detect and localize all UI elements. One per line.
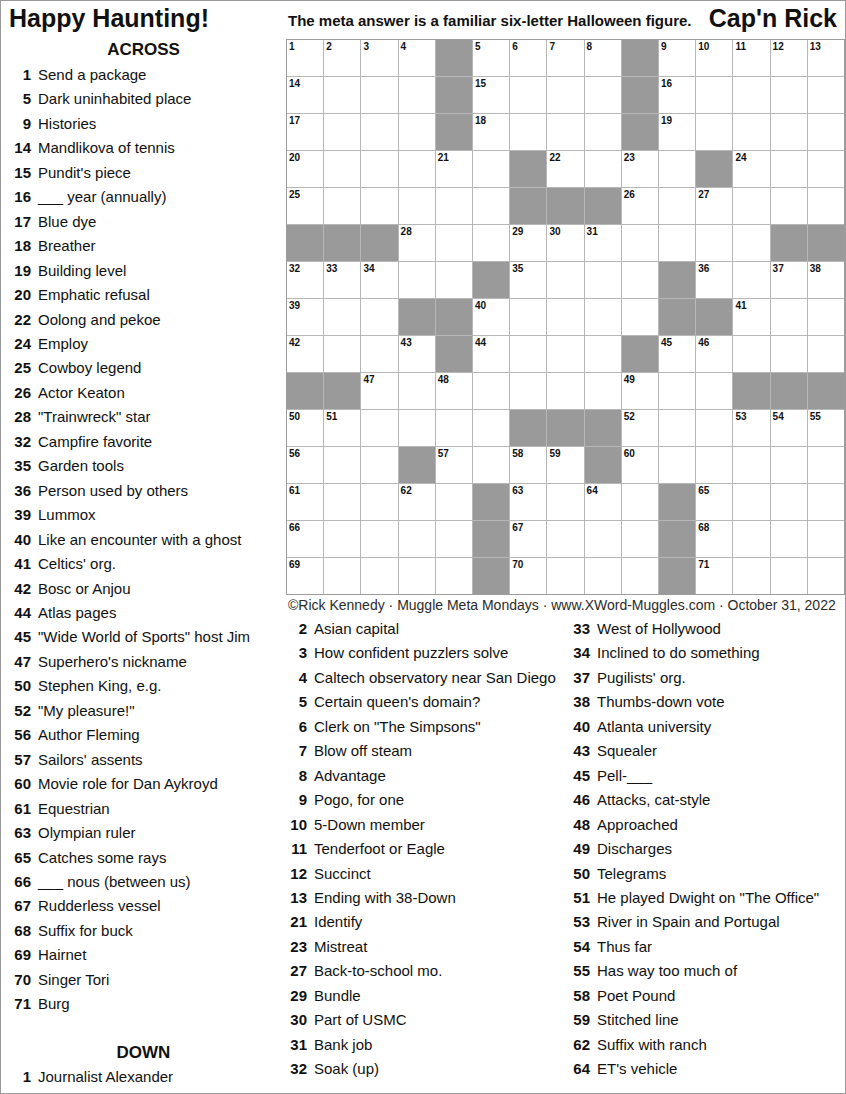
clue-number: 8: [286, 764, 307, 788]
clue-item: 50Telegrams: [557, 862, 846, 886]
grid-cell[interactable]: 27: [696, 188, 732, 224]
grid-cell[interactable]: [510, 114, 546, 150]
puzzle-title: Happy Haunting!: [9, 4, 209, 33]
grid-cell[interactable]: [696, 373, 732, 409]
grid-cell[interactable]: [733, 114, 769, 150]
clue-item: 40Like an encounter with a ghost: [1, 528, 286, 552]
grid-cell[interactable]: [622, 299, 658, 335]
cell-number: 39: [289, 300, 300, 311]
grid-cell-block: [622, 77, 658, 113]
grid-cell[interactable]: [324, 558, 360, 594]
clue-text: Bundle: [314, 984, 361, 1008]
grid-cell[interactable]: 55: [808, 410, 844, 446]
clue-number: 57: [1, 748, 31, 772]
grid-cell[interactable]: [324, 336, 360, 372]
clue-item: 8Advantage: [286, 764, 558, 788]
grid-cell[interactable]: [585, 336, 621, 372]
grid-cell[interactable]: [324, 151, 360, 187]
grid-cell[interactable]: [361, 447, 397, 483]
grid-cell[interactable]: [808, 447, 844, 483]
grid-cell[interactable]: 65: [696, 484, 732, 520]
grid-cell[interactable]: [808, 558, 844, 594]
grid-cell[interactable]: [361, 114, 397, 150]
clue-text: Author Fleming: [38, 723, 140, 747]
grid-cell[interactable]: [696, 410, 732, 446]
grid-cell[interactable]: 54: [771, 410, 807, 446]
grid-cell[interactable]: 61: [287, 484, 323, 520]
grid-cell[interactable]: 4: [399, 40, 435, 76]
clue-item: 32Campfire favorite: [1, 430, 286, 454]
grid-cell-block: [696, 151, 732, 187]
clue-item: 12Succinct: [286, 862, 558, 886]
clue-number: 41: [1, 552, 31, 576]
grid-cell[interactable]: [622, 484, 658, 520]
cell-number: 42: [289, 337, 300, 348]
grid-cell[interactable]: [324, 299, 360, 335]
grid-cell[interactable]: 22: [547, 151, 583, 187]
grid-cell-block: [659, 299, 695, 335]
cell-number: 60: [624, 448, 635, 459]
clue-text: Send a package: [38, 63, 146, 87]
grid-cell[interactable]: 50: [287, 410, 323, 446]
grid-cell[interactable]: [808, 521, 844, 557]
grid-cell[interactable]: [436, 262, 472, 298]
clue-item: 53River in Spain and Portugal: [557, 910, 846, 934]
clue-number: 12: [286, 862, 307, 886]
grid-cell[interactable]: [547, 299, 583, 335]
grid-cell[interactable]: [436, 484, 472, 520]
grid-cell[interactable]: [547, 77, 583, 113]
cell-number: 54: [773, 411, 784, 422]
grid-cell[interactable]: [547, 521, 583, 557]
clue-text: Hairnet: [38, 943, 86, 967]
grid-cell[interactable]: [473, 447, 509, 483]
clue-number: 31: [286, 1033, 307, 1057]
clue-item: 38Thumbs-down vote: [557, 690, 846, 714]
grid-cell[interactable]: [585, 77, 621, 113]
grid-cell[interactable]: 63: [510, 484, 546, 520]
grid-cell[interactable]: [771, 77, 807, 113]
clue-item: 9Pogo, for one: [286, 788, 558, 812]
cell-number: 5: [475, 41, 481, 52]
clue-number: 49: [557, 837, 590, 861]
grid-cell[interactable]: 51: [324, 410, 360, 446]
grid-cell[interactable]: [585, 521, 621, 557]
grid-cell[interactable]: [547, 114, 583, 150]
cell-number: 27: [698, 189, 709, 200]
grid-cell[interactable]: 2: [324, 40, 360, 76]
grid-cell[interactable]: [585, 373, 621, 409]
grid-cell[interactable]: 16: [659, 77, 695, 113]
grid-cell[interactable]: 26: [622, 188, 658, 224]
clue-text: ___ nous (between us): [38, 870, 191, 894]
clue-item: 54Thus far: [557, 935, 846, 959]
grid-cell[interactable]: [547, 484, 583, 520]
clue-number: 53: [557, 910, 590, 934]
grid-cell[interactable]: [399, 373, 435, 409]
grid-cell[interactable]: [361, 151, 397, 187]
grid-cell[interactable]: 34: [361, 262, 397, 298]
clue-item: 41Celtics' org.: [1, 552, 286, 576]
grid-cell[interactable]: 56: [287, 447, 323, 483]
grid-cell[interactable]: [473, 373, 509, 409]
down-header: DOWN: [1, 1043, 286, 1063]
grid-cell[interactable]: 3: [361, 40, 397, 76]
clue-text: Superhero's nickname: [38, 650, 187, 674]
grid-cell[interactable]: 13: [808, 40, 844, 76]
grid-cell[interactable]: [324, 188, 360, 224]
grid-cell[interactable]: 68: [696, 521, 732, 557]
grid-cell[interactable]: 8: [585, 40, 621, 76]
grid-cell[interactable]: [808, 151, 844, 187]
clue-text: Emphatic refusal: [38, 283, 150, 307]
grid-cell[interactable]: 49: [622, 373, 658, 409]
grid-cell[interactable]: [324, 521, 360, 557]
grid-cell[interactable]: 35: [510, 262, 546, 298]
grid-cell[interactable]: [771, 484, 807, 520]
grid-cell[interactable]: [399, 188, 435, 224]
clue-number: 68: [1, 919, 31, 943]
clue-item: 61Equestrian: [1, 797, 286, 821]
cell-number: 37: [773, 263, 784, 274]
grid-cell[interactable]: [733, 447, 769, 483]
clue-text: Atlanta university: [597, 715, 711, 739]
clue-item: 28"Trainwreck" star: [1, 405, 286, 429]
grid-cell[interactable]: [399, 521, 435, 557]
grid-cell[interactable]: [733, 77, 769, 113]
grid-cell[interactable]: [733, 521, 769, 557]
grid-cell[interactable]: [808, 299, 844, 335]
clue-number: 47: [1, 650, 31, 674]
grid-cell[interactable]: [771, 447, 807, 483]
grid-cell[interactable]: [771, 558, 807, 594]
clue-item: 23Mistreat: [286, 935, 558, 959]
grid-cell[interactable]: [399, 558, 435, 594]
grid-cell[interactable]: [510, 336, 546, 372]
grid-cell[interactable]: [771, 188, 807, 224]
clue-item: 63Olympian ruler: [1, 821, 286, 845]
grid-cell[interactable]: 71: [696, 558, 732, 594]
grid-cell[interactable]: 15: [473, 77, 509, 113]
clue-number: 5: [286, 690, 307, 714]
cell-number: 57: [438, 448, 449, 459]
grid-cell[interactable]: [696, 225, 732, 261]
clue-text: West of Hollywood: [597, 617, 721, 641]
cell-number: 67: [512, 522, 523, 533]
grid-cell[interactable]: 47: [361, 373, 397, 409]
grid-cell[interactable]: [399, 114, 435, 150]
clue-number: 16: [1, 185, 31, 209]
grid-cell[interactable]: 11: [733, 40, 769, 76]
grid-cell[interactable]: 58: [510, 447, 546, 483]
grid-cell[interactable]: 24: [733, 151, 769, 187]
clue-item: 14Mandlikova of tennis: [1, 136, 286, 160]
cell-number: 59: [549, 448, 560, 459]
clue-text: Bank job: [314, 1033, 372, 1057]
grid-cell[interactable]: [585, 114, 621, 150]
grid-cell[interactable]: [696, 77, 732, 113]
grid-cell[interactable]: [510, 373, 546, 409]
grid-cell[interactable]: [585, 262, 621, 298]
clue-item: 31Bank job: [286, 1033, 558, 1057]
cell-number: 51: [326, 411, 337, 422]
clue-item: 35Garden tools: [1, 454, 286, 478]
clue-number: 9: [1, 112, 31, 136]
grid-cell[interactable]: [659, 447, 695, 483]
grid-cell[interactable]: 44: [473, 336, 509, 372]
grid-cell[interactable]: 43: [399, 336, 435, 372]
grid-cell[interactable]: 66: [287, 521, 323, 557]
grid-cell[interactable]: 41: [733, 299, 769, 335]
grid-cell[interactable]: [547, 558, 583, 594]
cell-number: 20: [289, 152, 300, 163]
grid-cell[interactable]: [733, 262, 769, 298]
grid-cell[interactable]: 5: [473, 40, 509, 76]
grid-cell[interactable]: 39: [287, 299, 323, 335]
grid-cell[interactable]: [808, 336, 844, 372]
grid-cell[interactable]: 42: [287, 336, 323, 372]
grid-cell[interactable]: 23: [622, 151, 658, 187]
clue-number: 64: [557, 1057, 590, 1081]
grid-cell[interactable]: 18: [473, 114, 509, 150]
grid-cell[interactable]: [696, 114, 732, 150]
grid-cell[interactable]: [808, 114, 844, 150]
clue-text: Singer Tori: [38, 968, 109, 992]
grid-cell[interactable]: [585, 558, 621, 594]
grid-cell[interactable]: [324, 447, 360, 483]
grid-cell[interactable]: 9: [659, 40, 695, 76]
grid-cell[interactable]: [771, 336, 807, 372]
grid-cell[interactable]: 40: [473, 299, 509, 335]
grid-cell[interactable]: [771, 521, 807, 557]
grid-cell[interactable]: [733, 484, 769, 520]
grid-cell[interactable]: [399, 410, 435, 446]
grid-cell[interactable]: [659, 151, 695, 187]
grid-cell[interactable]: [399, 151, 435, 187]
grid-cell[interactable]: [436, 558, 472, 594]
clue-text: Caltech observatory near San Diego: [314, 666, 556, 690]
grid-cell[interactable]: [324, 114, 360, 150]
grid-cell[interactable]: 30: [547, 225, 583, 261]
clue-item: 48Approached: [557, 813, 846, 837]
clue-item: 58Poet Pound: [557, 984, 846, 1008]
grid-cell-block: [585, 447, 621, 483]
clue-text: Discharges: [597, 837, 672, 861]
grid-cell[interactable]: 38: [808, 262, 844, 298]
grid-cell-block: [399, 447, 435, 483]
grid-cell[interactable]: [547, 262, 583, 298]
clue-number: 71: [1, 992, 31, 1016]
grid-cell-block: [473, 262, 509, 298]
clue-text: "My pleasure!": [38, 699, 135, 723]
grid-cell[interactable]: [808, 77, 844, 113]
clue-text: Breather: [38, 234, 96, 258]
grid-cell[interactable]: 20: [287, 151, 323, 187]
crossword-grid: 1234567891011121314151617181920212223242…: [286, 39, 845, 595]
clue-item: 65Catches some rays: [1, 846, 286, 870]
cell-number: 26: [624, 189, 635, 200]
clue-item: 55Has way too much of: [557, 959, 846, 983]
clue-number: 60: [1, 772, 31, 796]
grid-cell[interactable]: [622, 262, 658, 298]
grid-cell[interactable]: [324, 77, 360, 113]
grid-cell[interactable]: [771, 114, 807, 150]
grid-cell[interactable]: 45: [659, 336, 695, 372]
copyright-line: ©Rick Kennedy · Muggle Meta Mondays · ww…: [288, 597, 846, 613]
grid-cell[interactable]: 62: [399, 484, 435, 520]
clue-item: 1Send a package: [1, 63, 286, 87]
grid-cell[interactable]: [622, 521, 658, 557]
grid-cell[interactable]: [585, 299, 621, 335]
grid-cell[interactable]: [659, 410, 695, 446]
clue-item: 15Pundit's piece: [1, 161, 286, 185]
cell-number: 41: [735, 300, 746, 311]
grid-cell[interactable]: 53: [733, 410, 769, 446]
grid-cell[interactable]: 52: [622, 410, 658, 446]
grid-cell[interactable]: [436, 521, 472, 557]
grid-cell[interactable]: 21: [436, 151, 472, 187]
grid-cell[interactable]: 48: [436, 373, 472, 409]
grid-cell-block: [771, 373, 807, 409]
grid-cell[interactable]: [361, 521, 397, 557]
grid-cell[interactable]: 28: [399, 225, 435, 261]
grid-cell[interactable]: [771, 299, 807, 335]
grid-cell[interactable]: 12: [771, 40, 807, 76]
grid-cell[interactable]: 31: [585, 225, 621, 261]
clue-text: Thumbs-down vote: [597, 690, 725, 714]
grid-cell[interactable]: [659, 225, 695, 261]
clue-text: Pogo, for one: [314, 788, 404, 812]
clue-text: Person used by others: [38, 479, 188, 503]
grid-cell[interactable]: [808, 188, 844, 224]
grid-cell[interactable]: [510, 77, 546, 113]
clue-number: 9: [286, 788, 307, 812]
grid-cell[interactable]: 7: [547, 40, 583, 76]
grid-cell-block: [547, 410, 583, 446]
grid-cell[interactable]: 69: [287, 558, 323, 594]
grid-cell-block: [659, 484, 695, 520]
grid-cell[interactable]: [361, 336, 397, 372]
grid-cell[interactable]: [361, 410, 397, 446]
clue-text: Atlas pages: [38, 601, 116, 625]
grid-cell[interactable]: 25: [287, 188, 323, 224]
cell-number: 64: [587, 485, 598, 496]
clue-number: 2: [286, 617, 307, 641]
grid-cell[interactable]: 37: [771, 262, 807, 298]
clue-item: 62Suffix with ranch: [557, 1033, 846, 1057]
grid-cell[interactable]: 57: [436, 447, 472, 483]
clue-number: 45: [557, 764, 590, 788]
clue-text: Lummox: [38, 503, 96, 527]
grid-cell[interactable]: 19: [659, 114, 695, 150]
grid-cell[interactable]: [585, 151, 621, 187]
grid-cell[interactable]: 36: [696, 262, 732, 298]
grid-cell[interactable]: [473, 225, 509, 261]
grid-cell[interactable]: [399, 262, 435, 298]
cell-number: 4: [401, 41, 407, 52]
grid-cell[interactable]: [361, 77, 397, 113]
grid-cell[interactable]: 33: [324, 262, 360, 298]
cell-number: 6: [512, 41, 518, 52]
clue-text: "Wide World of Sports" host Jim: [38, 625, 250, 649]
grid-cell[interactable]: [659, 188, 695, 224]
grid-cell[interactable]: 1: [287, 40, 323, 76]
clue-text: Blow off steam: [314, 739, 412, 763]
grid-cell[interactable]: [771, 151, 807, 187]
grid-cell[interactable]: [547, 336, 583, 372]
clue-text: Succinct: [314, 862, 371, 886]
clue-number: 51: [557, 886, 590, 910]
clue-item: 24Employ: [1, 332, 286, 356]
grid-cell[interactable]: [733, 336, 769, 372]
grid-cell[interactable]: [808, 484, 844, 520]
grid-cell[interactable]: 67: [510, 521, 546, 557]
grid-cell[interactable]: [473, 188, 509, 224]
clue-number: 19: [1, 259, 31, 283]
grid-cell[interactable]: [361, 188, 397, 224]
grid-cell[interactable]: [436, 225, 472, 261]
cell-number: 53: [735, 411, 746, 422]
grid-cell[interactable]: [361, 484, 397, 520]
grid-cell[interactable]: 6: [510, 40, 546, 76]
grid-cell[interactable]: [510, 299, 546, 335]
grid-cell[interactable]: [436, 188, 472, 224]
grid-cell[interactable]: [399, 77, 435, 113]
grid-cell-block: [808, 225, 844, 261]
grid-cell[interactable]: [324, 484, 360, 520]
grid-cell[interactable]: 46: [696, 336, 732, 372]
grid-cell[interactable]: 10: [696, 40, 732, 76]
grid-cell[interactable]: [436, 410, 472, 446]
grid-cell[interactable]: 59: [547, 447, 583, 483]
grid-cell-block: [696, 299, 732, 335]
grid-cell[interactable]: [361, 558, 397, 594]
grid-cell[interactable]: [473, 410, 509, 446]
grid-cell[interactable]: [622, 225, 658, 261]
clue-item: 68Suffix for buck: [1, 919, 286, 943]
grid-cell[interactable]: 64: [585, 484, 621, 520]
clue-number: 26: [1, 381, 31, 405]
grid-cell[interactable]: [733, 558, 769, 594]
grid-cell[interactable]: 70: [510, 558, 546, 594]
grid-cell[interactable]: 17: [287, 114, 323, 150]
grid-cell[interactable]: [622, 558, 658, 594]
clue-number: 36: [1, 479, 31, 503]
grid-cell[interactable]: [473, 151, 509, 187]
clue-text: Ending with 38-Down: [314, 886, 456, 910]
grid-cell[interactable]: [361, 299, 397, 335]
grid-cell[interactable]: 14: [287, 77, 323, 113]
grid-cell[interactable]: [547, 373, 583, 409]
clue-text: Bosc or Anjou: [38, 577, 131, 601]
grid-cell[interactable]: 32: [287, 262, 323, 298]
cell-number: 65: [698, 485, 709, 496]
clue-number: 11: [286, 837, 307, 861]
grid-cell[interactable]: [659, 373, 695, 409]
grid-cell-block: [808, 373, 844, 409]
grid-cell[interactable]: 29: [510, 225, 546, 261]
clue-number: 28: [1, 405, 31, 429]
grid-cell[interactable]: [696, 447, 732, 483]
grid-cell[interactable]: [733, 188, 769, 224]
clue-item: 36Person used by others: [1, 479, 286, 503]
grid-cell[interactable]: [733, 225, 769, 261]
cell-number: 62: [401, 485, 412, 496]
clue-number: 37: [557, 666, 590, 690]
grid-cell-block: [622, 336, 658, 372]
grid-cell[interactable]: 60: [622, 447, 658, 483]
clue-item: 1Journalist Alexander: [1, 1065, 286, 1089]
